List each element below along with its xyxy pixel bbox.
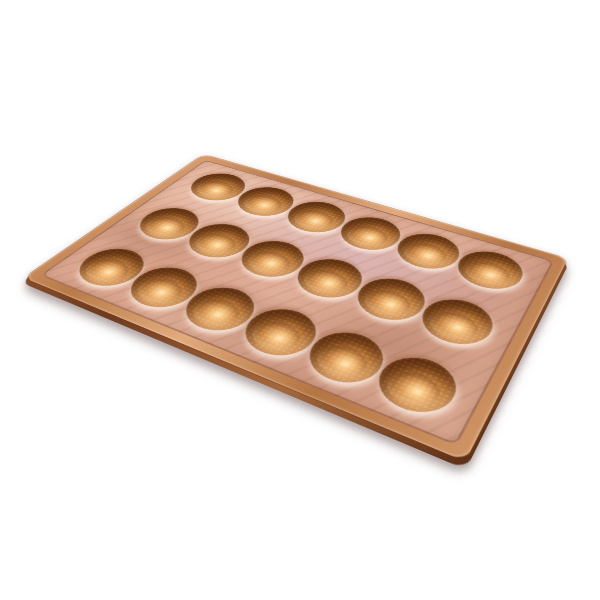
- board-rim: [24, 154, 568, 461]
- pit-inner-ring: [424, 307, 485, 345]
- pit-inner-ring: [297, 265, 355, 298]
- pit-inner-ring: [245, 316, 309, 356]
- pit-inner-ring: [139, 213, 193, 240]
- pit-inner-ring: [129, 274, 189, 308]
- pit-inner-ring: [241, 247, 297, 278]
- pit-inner-ring: [399, 239, 453, 269]
- photo-background: Empty mancala-style copper pit board: a …: [0, 0, 600, 600]
- pit-inner-ring: [188, 230, 243, 259]
- pit-inner-ring: [358, 285, 417, 321]
- pit-inner-ring: [309, 340, 375, 383]
- pit-inner-ring: [380, 366, 447, 413]
- pit-inner-ring: [238, 192, 288, 217]
- pit-inner-ring: [185, 294, 247, 331]
- pit-inner-ring: [78, 255, 137, 287]
- pit-inner-ring: [341, 222, 394, 250]
- pit-inner-ring: [190, 178, 239, 201]
- pit-inner-ring: [288, 207, 339, 233]
- pit-inner-ring: [460, 257, 515, 289]
